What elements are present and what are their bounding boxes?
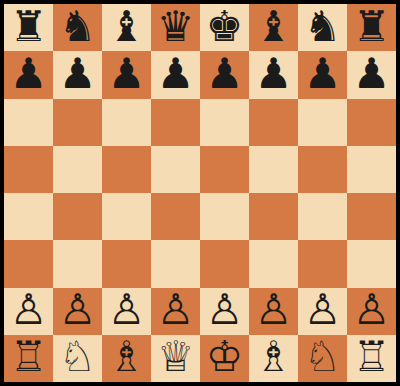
piece-black-knight[interactable]: ♞ <box>304 6 342 48</box>
square-f5[interactable] <box>249 146 298 193</box>
square-d2[interactable]: ♙ <box>151 288 200 335</box>
piece-black-king[interactable]: ♚ <box>206 6 244 48</box>
square-e4[interactable] <box>200 193 249 240</box>
square-d1[interactable]: ♕ <box>151 335 200 382</box>
piece-black-bishop[interactable]: ♝ <box>255 6 293 48</box>
square-c4[interactable] <box>102 193 151 240</box>
piece-black-pawn[interactable]: ♟ <box>206 53 244 95</box>
square-f2[interactable]: ♙ <box>249 288 298 335</box>
square-c7[interactable]: ♟ <box>102 51 151 98</box>
square-a6[interactable] <box>4 99 53 146</box>
piece-white-pawn[interactable]: ♙ <box>255 289 293 331</box>
square-d7[interactable]: ♟ <box>151 51 200 98</box>
square-g3[interactable] <box>298 240 347 287</box>
square-c1[interactable]: ♗ <box>102 335 151 382</box>
square-a3[interactable] <box>4 240 53 287</box>
square-d8[interactable]: ♛ <box>151 4 200 51</box>
piece-white-pawn[interactable]: ♙ <box>157 289 195 331</box>
piece-black-pawn[interactable]: ♟ <box>108 53 146 95</box>
square-g7[interactable]: ♟ <box>298 51 347 98</box>
square-f3[interactable] <box>249 240 298 287</box>
square-c6[interactable] <box>102 99 151 146</box>
chess-board-frame: ♜♞♝♛♚♝♞♜♟♟♟♟♟♟♟♟♙♙♙♙♙♙♙♙♖♘♗♕♔♗♘♖ <box>0 0 400 386</box>
piece-black-rook[interactable]: ♜ <box>10 6 48 48</box>
piece-white-bishop[interactable]: ♗ <box>108 336 146 378</box>
square-a1[interactable]: ♖ <box>4 335 53 382</box>
piece-white-pawn[interactable]: ♙ <box>304 289 342 331</box>
square-f4[interactable] <box>249 193 298 240</box>
square-h7[interactable]: ♟ <box>347 51 396 98</box>
chess-board: ♜♞♝♛♚♝♞♜♟♟♟♟♟♟♟♟♙♙♙♙♙♙♙♙♖♘♗♕♔♗♘♖ <box>4 4 396 382</box>
square-g8[interactable]: ♞ <box>298 4 347 51</box>
piece-white-bishop[interactable]: ♗ <box>255 336 293 378</box>
square-b3[interactable] <box>53 240 102 287</box>
square-a7[interactable]: ♟ <box>4 51 53 98</box>
square-e1[interactable]: ♔ <box>200 335 249 382</box>
square-g5[interactable] <box>298 146 347 193</box>
square-g2[interactable]: ♙ <box>298 288 347 335</box>
piece-black-pawn[interactable]: ♟ <box>157 53 195 95</box>
square-d3[interactable] <box>151 240 200 287</box>
piece-white-queen[interactable]: ♕ <box>157 336 195 378</box>
piece-black-pawn[interactable]: ♟ <box>59 53 97 95</box>
square-c8[interactable]: ♝ <box>102 4 151 51</box>
square-e8[interactable]: ♚ <box>200 4 249 51</box>
square-c5[interactable] <box>102 146 151 193</box>
square-a8[interactable]: ♜ <box>4 4 53 51</box>
square-f8[interactable]: ♝ <box>249 4 298 51</box>
square-b7[interactable]: ♟ <box>53 51 102 98</box>
piece-black-rook[interactable]: ♜ <box>353 6 391 48</box>
piece-black-pawn[interactable]: ♟ <box>353 53 391 95</box>
square-c2[interactable]: ♙ <box>102 288 151 335</box>
piece-white-pawn[interactable]: ♙ <box>353 289 391 331</box>
square-b1[interactable]: ♘ <box>53 335 102 382</box>
piece-white-knight[interactable]: ♘ <box>304 336 342 378</box>
square-h5[interactable] <box>347 146 396 193</box>
square-a5[interactable] <box>4 146 53 193</box>
square-e5[interactable] <box>200 146 249 193</box>
square-f6[interactable] <box>249 99 298 146</box>
square-h6[interactable] <box>347 99 396 146</box>
square-h2[interactable]: ♙ <box>347 288 396 335</box>
piece-white-rook[interactable]: ♖ <box>10 336 48 378</box>
square-f1[interactable]: ♗ <box>249 335 298 382</box>
piece-black-queen[interactable]: ♛ <box>157 6 195 48</box>
piece-black-knight[interactable]: ♞ <box>59 6 97 48</box>
square-b5[interactable] <box>53 146 102 193</box>
square-d5[interactable] <box>151 146 200 193</box>
square-a4[interactable] <box>4 193 53 240</box>
square-e6[interactable] <box>200 99 249 146</box>
square-g1[interactable]: ♘ <box>298 335 347 382</box>
piece-white-knight[interactable]: ♘ <box>59 336 97 378</box>
piece-white-rook[interactable]: ♖ <box>353 336 391 378</box>
square-f7[interactable]: ♟ <box>249 51 298 98</box>
square-e7[interactable]: ♟ <box>200 51 249 98</box>
piece-white-pawn[interactable]: ♙ <box>10 289 48 331</box>
piece-black-pawn[interactable]: ♟ <box>304 53 342 95</box>
square-e3[interactable] <box>200 240 249 287</box>
piece-white-pawn[interactable]: ♙ <box>59 289 97 331</box>
square-g6[interactable] <box>298 99 347 146</box>
square-h8[interactable]: ♜ <box>347 4 396 51</box>
piece-white-pawn[interactable]: ♙ <box>108 289 146 331</box>
piece-white-pawn[interactable]: ♙ <box>206 289 244 331</box>
square-e2[interactable]: ♙ <box>200 288 249 335</box>
square-h3[interactable] <box>347 240 396 287</box>
square-b6[interactable] <box>53 99 102 146</box>
piece-black-pawn[interactable]: ♟ <box>255 53 293 95</box>
square-h4[interactable] <box>347 193 396 240</box>
square-d4[interactable] <box>151 193 200 240</box>
square-b4[interactable] <box>53 193 102 240</box>
square-g4[interactable] <box>298 193 347 240</box>
piece-black-pawn[interactable]: ♟ <box>10 53 48 95</box>
square-b8[interactable]: ♞ <box>53 4 102 51</box>
square-c3[interactable] <box>102 240 151 287</box>
square-d6[interactable] <box>151 99 200 146</box>
piece-white-king[interactable]: ♔ <box>206 336 244 378</box>
square-a2[interactable]: ♙ <box>4 288 53 335</box>
square-b2[interactable]: ♙ <box>53 288 102 335</box>
square-h1[interactable]: ♖ <box>347 335 396 382</box>
piece-black-bishop[interactable]: ♝ <box>108 6 146 48</box>
